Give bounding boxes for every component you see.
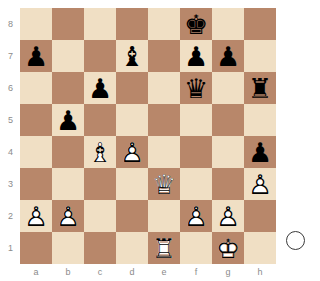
- piece-black-pawn: ♟: [244, 136, 276, 168]
- square-d7[interactable]: ♝: [116, 40, 148, 72]
- piece-white-pawn: ♟♙: [116, 136, 148, 168]
- file-label-b: b: [52, 265, 84, 279]
- piece-outline-layer: ♗: [84, 136, 116, 168]
- square-h2[interactable]: [244, 200, 276, 232]
- piece-black-rook: ♜: [244, 72, 276, 104]
- piece-solid-layer: ♚: [180, 8, 212, 40]
- square-e6[interactable]: [148, 72, 180, 104]
- piece-black-pawn: ♟: [180, 40, 212, 72]
- piece-outline-layer: ♔: [212, 232, 244, 264]
- piece-solid-layer: ♟: [84, 72, 116, 104]
- square-d8[interactable]: [116, 8, 148, 40]
- square-b3[interactable]: [52, 168, 84, 200]
- square-c1[interactable]: [84, 232, 116, 264]
- rank-labels: 87654321: [0, 8, 16, 264]
- square-c3[interactable]: [84, 168, 116, 200]
- square-b2[interactable]: ♟♙: [52, 200, 84, 232]
- file-label-e: e: [148, 265, 180, 279]
- piece-white-pawn: ♟♙: [244, 168, 276, 200]
- square-a7[interactable]: ♟: [20, 40, 52, 72]
- square-g3[interactable]: [212, 168, 244, 200]
- square-f2[interactable]: ♟♙: [180, 200, 212, 232]
- square-h1[interactable]: [244, 232, 276, 264]
- piece-solid-layer: ♜: [244, 72, 276, 104]
- square-f4[interactable]: [180, 136, 212, 168]
- square-b1[interactable]: [52, 232, 84, 264]
- piece-black-pawn: ♟: [52, 104, 84, 136]
- piece-black-queen: ♛: [180, 72, 212, 104]
- square-h8[interactable]: [244, 8, 276, 40]
- square-g2[interactable]: ♟♙: [212, 200, 244, 232]
- square-b8[interactable]: [52, 8, 84, 40]
- piece-black-pawn: ♟: [20, 40, 52, 72]
- square-d5[interactable]: [116, 104, 148, 136]
- piece-solid-layer: ♟: [244, 136, 276, 168]
- turn-indicator: [286, 231, 305, 250]
- square-d3[interactable]: [116, 168, 148, 200]
- square-a4[interactable]: [20, 136, 52, 168]
- rank-label-5: 5: [0, 104, 16, 136]
- square-f1[interactable]: [180, 232, 212, 264]
- square-e2[interactable]: [148, 200, 180, 232]
- file-label-f: f: [180, 265, 212, 279]
- square-f5[interactable]: [180, 104, 212, 136]
- file-label-g: g: [212, 265, 244, 279]
- file-label-a: a: [20, 265, 52, 279]
- rank-label-6: 6: [0, 72, 16, 104]
- piece-outline-layer: ♙: [116, 136, 148, 168]
- square-a8[interactable]: [20, 8, 52, 40]
- square-a5[interactable]: [20, 104, 52, 136]
- file-label-c: c: [84, 265, 116, 279]
- piece-outline-layer: ♕: [148, 168, 180, 200]
- piece-white-bishop: ♝♗: [84, 136, 116, 168]
- piece-solid-layer: ♟: [52, 104, 84, 136]
- rank-label-4: 4: [0, 136, 16, 168]
- square-e1[interactable]: ♜♖: [148, 232, 180, 264]
- square-a1[interactable]: [20, 232, 52, 264]
- square-g7[interactable]: ♟: [212, 40, 244, 72]
- piece-white-pawn: ♟♙: [212, 200, 244, 232]
- piece-solid-layer: ♟: [180, 40, 212, 72]
- square-b4[interactable]: [52, 136, 84, 168]
- square-g6[interactable]: [212, 72, 244, 104]
- square-a6[interactable]: [20, 72, 52, 104]
- square-h5[interactable]: [244, 104, 276, 136]
- square-h6[interactable]: ♜: [244, 72, 276, 104]
- square-d2[interactable]: [116, 200, 148, 232]
- piece-white-queen: ♛♕: [148, 168, 180, 200]
- square-g1[interactable]: ♚♔: [212, 232, 244, 264]
- piece-white-pawn: ♟♙: [180, 200, 212, 232]
- piece-white-pawn: ♟♙: [52, 200, 84, 232]
- square-c5[interactable]: [84, 104, 116, 136]
- rank-label-8: 8: [0, 8, 16, 40]
- square-a2[interactable]: ♟♙: [20, 200, 52, 232]
- square-b7[interactable]: [52, 40, 84, 72]
- rank-label-2: 2: [0, 200, 16, 232]
- square-f6[interactable]: ♛: [180, 72, 212, 104]
- square-f3[interactable]: [180, 168, 212, 200]
- file-label-d: d: [116, 265, 148, 279]
- square-d1[interactable]: [116, 232, 148, 264]
- square-c8[interactable]: [84, 8, 116, 40]
- piece-solid-layer: ♝: [116, 40, 148, 72]
- square-g5[interactable]: [212, 104, 244, 136]
- file-label-h: h: [244, 265, 276, 279]
- square-c2[interactable]: [84, 200, 116, 232]
- piece-black-king: ♚: [180, 8, 212, 40]
- square-e8[interactable]: [148, 8, 180, 40]
- square-b6[interactable]: [52, 72, 84, 104]
- square-b5[interactable]: ♟: [52, 104, 84, 136]
- piece-solid-layer: ♟: [212, 40, 244, 72]
- piece-outline-layer: ♙: [180, 200, 212, 232]
- square-h4[interactable]: ♟: [244, 136, 276, 168]
- chess-diagram: 87654321 ♚♟♝♟♟♟♛♜♟♝♗♟♙♟♛♕♟♙♟♙♟♙♟♙♟♙♜♖♚♔ …: [0, 0, 320, 281]
- piece-solid-layer: ♟: [20, 40, 52, 72]
- piece-black-pawn: ♟: [84, 72, 116, 104]
- square-g4[interactable]: [212, 136, 244, 168]
- piece-outline-layer: ♙: [20, 200, 52, 232]
- piece-outline-layer: ♙: [244, 168, 276, 200]
- square-e4[interactable]: [148, 136, 180, 168]
- square-a3[interactable]: [20, 168, 52, 200]
- rank-label-3: 3: [0, 168, 16, 200]
- piece-black-bishop: ♝: [116, 40, 148, 72]
- file-labels: abcdefgh: [20, 265, 276, 279]
- square-c4[interactable]: ♝♗: [84, 136, 116, 168]
- square-c6[interactable]: ♟: [84, 72, 116, 104]
- square-h3[interactable]: ♟♙: [244, 168, 276, 200]
- rank-label-1: 1: [0, 232, 16, 264]
- piece-white-king: ♚♔: [212, 232, 244, 264]
- piece-white-pawn: ♟♙: [20, 200, 52, 232]
- square-h7[interactable]: [244, 40, 276, 72]
- piece-outline-layer: ♖: [148, 232, 180, 264]
- square-e7[interactable]: [148, 40, 180, 72]
- chess-board: ♚♟♝♟♟♟♛♜♟♝♗♟♙♟♛♕♟♙♟♙♟♙♟♙♟♙♜♖♚♔: [20, 8, 276, 264]
- square-e5[interactable]: [148, 104, 180, 136]
- square-d4[interactable]: ♟♙: [116, 136, 148, 168]
- piece-white-rook: ♜♖: [148, 232, 180, 264]
- piece-black-pawn: ♟: [212, 40, 244, 72]
- square-c7[interactable]: [84, 40, 116, 72]
- square-g8[interactable]: [212, 8, 244, 40]
- piece-solid-layer: ♛: [180, 72, 212, 104]
- piece-outline-layer: ♙: [52, 200, 84, 232]
- square-d6[interactable]: [116, 72, 148, 104]
- piece-outline-layer: ♙: [212, 200, 244, 232]
- square-f8[interactable]: ♚: [180, 8, 212, 40]
- rank-label-7: 7: [0, 40, 16, 72]
- square-f7[interactable]: ♟: [180, 40, 212, 72]
- square-e3[interactable]: ♛♕: [148, 168, 180, 200]
